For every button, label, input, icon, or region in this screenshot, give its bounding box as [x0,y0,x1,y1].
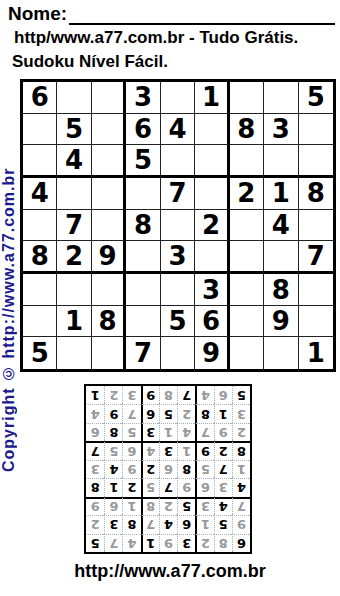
puzzle-cell [195,241,229,274]
solution-cell: 3 [86,460,104,478]
puzzle-cell: 2 [195,210,229,242]
puzzle-cell [23,210,57,242]
solution-cell: 3 [122,386,140,404]
solution-cell: 6 [214,386,232,404]
solution-cell: 7 [232,497,250,515]
solution-cell: 2 [232,423,250,441]
puzzle-cell [92,210,126,242]
puzzle-cell [299,210,333,242]
puzzle-cell: 4 [264,210,298,242]
solution-cell: 2 [195,534,213,552]
solution-cell: 6 [122,441,140,459]
solution-cell: 3 [232,404,250,422]
puzzle-cell: 5 [299,82,333,114]
solution-cell: 2 [104,386,122,404]
puzzle-cell: 4 [23,178,57,210]
puzzle-cell: 5 [126,145,160,178]
puzzle-cell [195,114,229,146]
puzzle-cell [57,274,91,306]
puzzle-cell [23,145,57,178]
solution-grid: 6823914759516478327435281694369752181758… [84,384,252,554]
puzzle-cell [264,337,298,369]
solution-cell: 3 [195,497,213,515]
footer-url: http://www.a77.com.br [0,561,340,582]
solution-cell: 4 [86,404,104,422]
puzzle-cell [230,145,264,178]
solution-cell: 5 [141,478,159,496]
puzzle-cell [264,241,298,274]
solution-cell: 7 [195,423,213,441]
puzzle-cell: 7 [299,241,333,274]
solution-cell: 8 [122,515,140,533]
solution-cell: 8 [159,386,177,404]
sudoku-worksheet-page: Nome: http/www.a77.com.br - Tudo Grátis.… [0,0,340,596]
puzzle-cell: 3 [264,114,298,146]
solution-cell: 5 [195,460,213,478]
solution-cell: 3 [141,423,159,441]
solution-cell: 8 [177,460,195,478]
solution-cell: 4 [232,478,250,496]
solution-cell: 4 [214,497,232,515]
solution-cell: 9 [86,497,104,515]
solution-cell: 7 [159,478,177,496]
puzzle-cell [57,178,91,210]
solution-cell: 1 [141,534,159,552]
solution-cell: 1 [86,386,104,404]
solution-cell: 8 [141,497,159,515]
puzzle-cell [195,178,229,210]
puzzle-cell [161,210,195,242]
solution-cell: 4 [122,534,140,552]
puzzle-cell: 8 [92,306,126,338]
solution-cell: 7 [104,534,122,552]
puzzle-cell: 1 [57,306,91,338]
puzzle-cell [92,114,126,146]
solution-cell: 6 [141,404,159,422]
puzzle-cell [264,82,298,114]
solution-cell: 3 [104,515,122,533]
solution-cell: 1 [159,423,177,441]
puzzle-cell [23,274,57,306]
solution-cell: 9 [195,441,213,459]
solution-cell: 5 [232,386,250,404]
puzzle-cell [92,145,126,178]
solution-cell: 1 [214,404,232,422]
header-level-line: Sudoku Nível Fácil. [12,52,168,72]
solution-cell: 9 [104,404,122,422]
solution-cell: 2 [86,515,104,533]
puzzle-cell: 2 [230,178,264,210]
puzzle-cell: 1 [264,178,298,210]
solution-cell: 2 [141,460,159,478]
puzzle-cell [23,306,57,338]
solution-cell: 6 [232,534,250,552]
puzzle-cell: 6 [23,82,57,114]
solution-cell: 5 [177,497,195,515]
solution-cell: 1 [104,478,122,496]
solution-cell: 6 [177,515,195,533]
solution-cell: 7 [177,386,195,404]
puzzle-cell: 5 [161,306,195,338]
puzzle-grid: 631556483454721878248293738185695791 [20,79,336,372]
puzzle-cell [92,178,126,210]
puzzle-cell [161,337,195,369]
puzzle-cell: 5 [57,114,91,146]
solution-cell: 1 [232,460,250,478]
solution-cell: 4 [159,515,177,533]
solution-cell: 4 [104,460,122,478]
header-site-line: http/www.a77.com.br - Tudo Grátis. [14,28,298,48]
puzzle-cell: 8 [23,241,57,274]
puzzle-cell [299,306,333,338]
solution-cell: 5 [86,534,104,552]
puzzle-cell: 7 [126,337,160,369]
puzzle-cell [230,241,264,274]
puzzle-cell: 1 [195,82,229,114]
puzzle-cell [264,145,298,178]
solution-cell: 4 [195,386,213,404]
solution-cell: 2 [177,404,195,422]
solution-cell: 9 [214,423,232,441]
puzzle-cell [92,337,126,369]
puzzle-cell: 8 [299,178,333,210]
solution-cell: 3 [159,441,177,459]
puzzle-cell: 4 [161,114,195,146]
solution-cell: 9 [122,460,140,478]
copyright-vertical-text: Copyright © http://www.a77.com.br [0,92,20,472]
puzzle-cell: 2 [57,241,91,274]
solution-cell: 8 [214,534,232,552]
name-underline [69,4,335,25]
puzzle-cell: 5 [23,337,57,369]
solution-cell: 8 [104,423,122,441]
puzzle-cell [126,178,160,210]
puzzle-cell: 9 [264,306,298,338]
solution-cell: 6 [104,497,122,515]
puzzle-cell: 4 [57,145,91,178]
solution-cell: 4 [141,441,159,459]
puzzle-cell [126,306,160,338]
solution-cell: 8 [86,478,104,496]
puzzle-cell [230,306,264,338]
solution-cell: 5 [214,515,232,533]
puzzle-cell: 9 [92,241,126,274]
solution-cell: 9 [141,386,159,404]
solution-cell: 7 [122,404,140,422]
solution-cell: 2 [214,441,232,459]
solution-cell: 3 [177,534,195,552]
solution-cell: 7 [214,460,232,478]
solution-cell: 6 [159,460,177,478]
solution-cell: 5 [122,423,140,441]
solution-cell: 6 [195,478,213,496]
puzzle-cell: 9 [195,337,229,369]
solution-cell: 1 [177,441,195,459]
solution-cell: 4 [177,423,195,441]
puzzle-cell: 8 [264,274,298,306]
puzzle-cell [57,82,91,114]
puzzle-cell [161,274,195,306]
solution-cell: 9 [159,534,177,552]
puzzle-cell [230,337,264,369]
puzzle-cell: 7 [161,178,195,210]
solution-cell: 1 [122,497,140,515]
puzzle-cell [92,82,126,114]
solution-cell: 6 [86,423,104,441]
puzzle-cell [92,274,126,306]
puzzle-cell: 6 [195,306,229,338]
solution-cell: 8 [195,404,213,422]
puzzle-cell: 8 [230,114,264,146]
puzzle-cell: 3 [161,241,195,274]
solution-cell: 9 [177,478,195,496]
puzzle-cell: 6 [126,114,160,146]
solution-cell: 2 [122,478,140,496]
solution-cell: 7 [141,515,159,533]
puzzle-cell [230,210,264,242]
puzzle-cell [230,274,264,306]
puzzle-cell [57,337,91,369]
puzzle-cell [195,145,229,178]
puzzle-cell: 1 [299,337,333,369]
solution-cell: 3 [214,478,232,496]
puzzle-cell: 7 [57,210,91,242]
solution-cell: 2 [159,497,177,515]
puzzle-cell [23,114,57,146]
solution-cell: 8 [232,441,250,459]
solution-cell: 5 [104,441,122,459]
puzzle-cell [161,145,195,178]
puzzle-cell: 3 [195,274,229,306]
puzzle-cell [299,274,333,306]
solution-cell: 7 [86,441,104,459]
puzzle-cell [299,145,333,178]
puzzle-cell [126,274,160,306]
name-label: Nome: [8,3,67,25]
solution-cell: 1 [195,515,213,533]
name-row: Nome: [8,3,335,25]
puzzle-cell: 3 [126,82,160,114]
puzzle-cell: 8 [126,210,160,242]
puzzle-cell [299,114,333,146]
solution-cell: 9 [232,515,250,533]
puzzle-cell [126,241,160,274]
puzzle-cell [161,82,195,114]
puzzle-cell [230,82,264,114]
solution-cell: 5 [159,404,177,422]
